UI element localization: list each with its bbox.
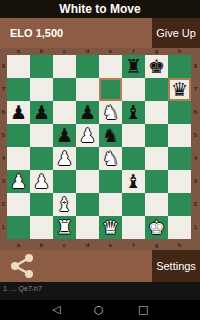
square-b8[interactable]	[30, 55, 53, 78]
file-label-bottom-a: a	[7, 240, 30, 250]
rank-label-left-8: 8	[0, 55, 7, 78]
black-bishop[interactable]: ♝	[122, 170, 145, 193]
square-e5[interactable]: ♞	[99, 124, 122, 147]
elo-rating-label: ELO 1,500	[10, 18, 63, 48]
black-queen[interactable]: ♛	[168, 78, 191, 101]
square-h7[interactable]: ♛	[168, 78, 191, 101]
square-c1[interactable]: ♜	[53, 216, 76, 239]
share-icon[interactable]	[9, 253, 35, 279]
black-pawn[interactable]: ♟	[53, 124, 76, 147]
page-title: White to Move	[59, 2, 140, 16]
square-e1[interactable]: ♛	[99, 216, 122, 239]
square-g8[interactable]: ♚	[145, 55, 168, 78]
rank-label-left-3: 3	[0, 170, 7, 193]
square-e8[interactable]	[99, 55, 122, 78]
rank-label-right-7: 7	[191, 78, 200, 101]
square-h1[interactable]	[168, 216, 191, 239]
elo-bar: ELO 1,500 Give Up	[0, 18, 200, 48]
square-h8[interactable]	[168, 55, 191, 78]
square-c3[interactable]	[53, 170, 76, 193]
square-f6[interactable]: ♝	[122, 101, 145, 124]
square-h2[interactable]	[168, 193, 191, 216]
square-f7[interactable]	[122, 78, 145, 101]
recents-icon[interactable]: □	[138, 302, 148, 317]
square-b5[interactable]	[30, 124, 53, 147]
square-b3[interactable]: ♟	[30, 170, 53, 193]
rank-label-left-7: 7	[0, 78, 7, 101]
square-f5[interactable]	[122, 124, 145, 147]
white-knight[interactable]: ♞	[99, 101, 122, 124]
file-label-bottom-d: d	[76, 240, 99, 250]
square-d6[interactable]: ♟	[76, 101, 99, 124]
back-icon[interactable]: ◁	[52, 302, 60, 317]
square-c8[interactable]	[53, 55, 76, 78]
android-nav-bar: ◁ ○ □	[0, 300, 200, 320]
square-a3[interactable]: ♟	[7, 170, 30, 193]
square-c7[interactable]	[53, 78, 76, 101]
title-bar: White to Move	[0, 0, 200, 18]
square-g4[interactable]	[145, 147, 168, 170]
chess-board[interactable]: ♜♚♛♟♟♟♞♝♟♟♞♟♞♟♟♝♝♜♛♚	[7, 55, 191, 239]
square-f3[interactable]: ♝	[122, 170, 145, 193]
square-h4[interactable]	[168, 147, 191, 170]
file-label-bottom-b: b	[30, 240, 53, 250]
square-h3[interactable]	[168, 170, 191, 193]
square-f2[interactable]	[122, 193, 145, 216]
square-a8[interactable]	[7, 55, 30, 78]
square-a2[interactable]	[7, 193, 30, 216]
square-g3[interactable]	[145, 170, 168, 193]
file-label-top-d: d	[76, 48, 99, 55]
square-a5[interactable]	[7, 124, 30, 147]
file-label-top-e: e	[99, 48, 122, 55]
black-king[interactable]: ♚	[145, 55, 168, 78]
square-b1[interactable]	[30, 216, 53, 239]
square-b2[interactable]	[30, 193, 53, 216]
rank-label-right-1: 1	[191, 216, 200, 239]
square-c2[interactable]: ♝	[53, 193, 76, 216]
square-f8[interactable]: ♜	[122, 55, 145, 78]
square-e3[interactable]	[99, 170, 122, 193]
black-knight[interactable]: ♞	[99, 124, 122, 147]
white-knight[interactable]: ♞	[99, 147, 122, 170]
square-e2[interactable]	[99, 193, 122, 216]
chess-app-window: White to Move ELO 1,500 Give Up abcdefgh…	[0, 0, 200, 320]
black-pawn[interactable]: ♟	[76, 101, 99, 124]
rank-label-left-5: 5	[0, 124, 7, 147]
square-a6[interactable]: ♟	[7, 101, 30, 124]
rank-label-left-2: 2	[0, 193, 7, 216]
square-f1[interactable]	[122, 216, 145, 239]
file-label-top-c: c	[53, 48, 76, 55]
file-label-top-b: b	[30, 48, 53, 55]
rank-label-left-6: 6	[0, 101, 7, 124]
square-f4[interactable]	[122, 147, 145, 170]
square-g7[interactable]	[145, 78, 168, 101]
rank-labels-left: 87654321	[0, 55, 7, 239]
square-d3[interactable]	[76, 170, 99, 193]
white-rook[interactable]: ♜	[53, 216, 76, 239]
square-a4[interactable]	[7, 147, 30, 170]
home-icon[interactable]: ○	[94, 302, 104, 317]
file-label-top-h: h	[168, 48, 191, 55]
black-pawn[interactable]: ♟	[7, 101, 30, 124]
rank-label-left-1: 1	[0, 216, 7, 239]
rank-label-right-3: 3	[191, 170, 200, 193]
white-pawn[interactable]: ♟	[7, 170, 30, 193]
square-d1[interactable]	[76, 216, 99, 239]
file-label-bottom-f: f	[122, 240, 145, 250]
file-label-bottom-c: c	[53, 240, 76, 250]
action-bar: Settings	[0, 250, 200, 282]
square-g6[interactable]	[145, 101, 168, 124]
square-g2[interactable]	[145, 193, 168, 216]
file-label-top-a: a	[7, 48, 30, 55]
rank-label-left-4: 4	[0, 147, 7, 170]
square-e7[interactable]	[99, 78, 122, 101]
square-a1[interactable]	[7, 216, 30, 239]
square-b7[interactable]	[30, 78, 53, 101]
settings-button[interactable]: Settings	[152, 250, 200, 282]
rank-label-right-2: 2	[191, 193, 200, 216]
square-e6[interactable]: ♞	[99, 101, 122, 124]
white-pawn[interactable]: ♟	[30, 170, 53, 193]
black-rook[interactable]: ♜	[122, 55, 145, 78]
rank-labels-right: 87654321	[191, 55, 200, 239]
square-c5[interactable]: ♟	[53, 124, 76, 147]
rank-label-right-4: 4	[191, 147, 200, 170]
white-bishop[interactable]: ♝	[53, 193, 76, 216]
rank-label-right-8: 8	[191, 55, 200, 78]
rank-label-right-6: 6	[191, 101, 200, 124]
square-d8[interactable]	[76, 55, 99, 78]
last-move-text: 1. ... Qe7-h7	[3, 285, 42, 292]
square-b4[interactable]	[30, 147, 53, 170]
square-d2[interactable]	[76, 193, 99, 216]
file-label-bottom-g: g	[145, 240, 168, 250]
white-queen[interactable]: ♛	[99, 216, 122, 239]
square-b6[interactable]: ♟	[30, 101, 53, 124]
square-g1[interactable]: ♚	[145, 216, 168, 239]
board-frame: abcdefgh 87654321 ♜♚♛♟♟♟♞♝♟♟♞♟♞♟♟♝♝♜♛♚ 8…	[0, 48, 200, 250]
white-king[interactable]: ♚	[145, 216, 168, 239]
white-pawn[interactable]: ♟	[53, 147, 76, 170]
square-c4[interactable]: ♟	[53, 147, 76, 170]
file-labels-bottom: abcdefgh	[7, 240, 191, 250]
file-labels-top: abcdefgh	[7, 48, 191, 55]
white-pawn[interactable]: ♟	[76, 124, 99, 147]
file-label-bottom-e: e	[99, 240, 122, 250]
square-d7[interactable]	[76, 78, 99, 101]
file-label-top-g: g	[145, 48, 168, 55]
square-e4[interactable]: ♞	[99, 147, 122, 170]
square-d4[interactable]	[76, 147, 99, 170]
square-h6[interactable]	[168, 101, 191, 124]
square-g5[interactable]	[145, 124, 168, 147]
move-list-bar: 1. ... Qe7-h7	[0, 282, 200, 300]
give-up-button[interactable]: Give Up	[152, 18, 200, 48]
square-d5[interactable]: ♟	[76, 124, 99, 147]
square-h5[interactable]	[168, 124, 191, 147]
file-label-top-f: f	[122, 48, 145, 55]
black-pawn[interactable]: ♟	[30, 101, 53, 124]
square-c6[interactable]	[53, 101, 76, 124]
square-a7[interactable]	[7, 78, 30, 101]
file-label-bottom-h: h	[168, 240, 191, 250]
rank-label-right-5: 5	[191, 124, 200, 147]
black-bishop[interactable]: ♝	[122, 101, 145, 124]
